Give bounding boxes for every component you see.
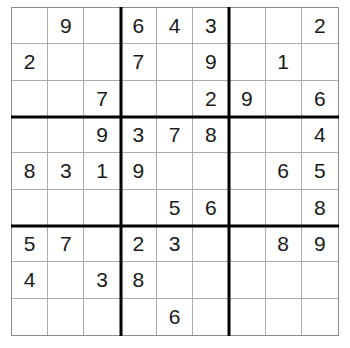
cell-r1c2[interactable]: 9 bbox=[48, 8, 84, 44]
cell-r7c4[interactable]: 2 bbox=[121, 226, 157, 262]
cell-r3c1[interactable] bbox=[12, 81, 48, 117]
cell-r7c1[interactable]: 5 bbox=[12, 226, 48, 262]
cell-r1c1[interactable] bbox=[12, 8, 48, 44]
cell-r4c6[interactable]: 8 bbox=[193, 117, 229, 153]
cell-r5c4[interactable]: 9 bbox=[121, 153, 157, 189]
cell-r6c1[interactable] bbox=[12, 190, 48, 226]
cell-r9c7[interactable] bbox=[229, 299, 265, 335]
cell-r5c7[interactable] bbox=[229, 153, 265, 189]
cell-r9c1[interactable] bbox=[12, 299, 48, 335]
sudoku-board: 9643227917296937848319655685723894386 bbox=[11, 7, 339, 336]
cell-r8c3[interactable]: 3 bbox=[84, 262, 120, 298]
cell-r5c3[interactable]: 1 bbox=[84, 153, 120, 189]
cell-r2c7[interactable] bbox=[229, 44, 265, 80]
cell-r8c1[interactable]: 4 bbox=[12, 262, 48, 298]
cell-r4c7[interactable] bbox=[229, 117, 265, 153]
cell-r5c5[interactable] bbox=[157, 153, 193, 189]
cell-r1c7[interactable] bbox=[229, 8, 265, 44]
cell-r8c9[interactable] bbox=[302, 262, 338, 298]
cell-r9c6[interactable] bbox=[193, 299, 229, 335]
cell-r4c1[interactable] bbox=[12, 117, 48, 153]
cell-r1c9[interactable]: 2 bbox=[302, 8, 338, 44]
cell-r9c5[interactable]: 6 bbox=[157, 299, 193, 335]
cell-r5c6[interactable] bbox=[193, 153, 229, 189]
cell-r2c1[interactable]: 2 bbox=[12, 44, 48, 80]
cell-r3c9[interactable]: 6 bbox=[302, 81, 338, 117]
cell-r7c9[interactable]: 9 bbox=[302, 226, 338, 262]
cell-r8c5[interactable] bbox=[157, 262, 193, 298]
cell-r7c7[interactable] bbox=[229, 226, 265, 262]
cell-r2c2[interactable] bbox=[48, 44, 84, 80]
cell-r4c2[interactable] bbox=[48, 117, 84, 153]
cell-r6c2[interactable] bbox=[48, 190, 84, 226]
cell-r2c4[interactable]: 7 bbox=[121, 44, 157, 80]
cell-r9c3[interactable] bbox=[84, 299, 120, 335]
cell-r6c7[interactable] bbox=[229, 190, 265, 226]
cell-r9c4[interactable] bbox=[121, 299, 157, 335]
cell-r4c5[interactable]: 7 bbox=[157, 117, 193, 153]
cell-r3c2[interactable] bbox=[48, 81, 84, 117]
cell-r3c8[interactable] bbox=[266, 81, 302, 117]
cell-r1c5[interactable]: 4 bbox=[157, 8, 193, 44]
cell-r7c8[interactable]: 8 bbox=[266, 226, 302, 262]
cell-r5c8[interactable]: 6 bbox=[266, 153, 302, 189]
cell-r1c4[interactable]: 6 bbox=[121, 8, 157, 44]
cell-r2c8[interactable]: 1 bbox=[266, 44, 302, 80]
cell-r3c3[interactable]: 7 bbox=[84, 81, 120, 117]
cell-r9c9[interactable] bbox=[302, 299, 338, 335]
cell-r1c8[interactable] bbox=[266, 8, 302, 44]
cell-r4c3[interactable]: 9 bbox=[84, 117, 120, 153]
cell-r9c2[interactable] bbox=[48, 299, 84, 335]
cell-r6c9[interactable]: 8 bbox=[302, 190, 338, 226]
cell-r8c4[interactable]: 8 bbox=[121, 262, 157, 298]
cell-r6c4[interactable] bbox=[121, 190, 157, 226]
cell-r9c8[interactable] bbox=[266, 299, 302, 335]
cell-r3c5[interactable] bbox=[157, 81, 193, 117]
cell-r2c9[interactable] bbox=[302, 44, 338, 80]
cell-r8c7[interactable] bbox=[229, 262, 265, 298]
cell-r7c5[interactable]: 3 bbox=[157, 226, 193, 262]
cell-r2c6[interactable]: 9 bbox=[193, 44, 229, 80]
cell-r2c5[interactable] bbox=[157, 44, 193, 80]
cell-r5c2[interactable]: 3 bbox=[48, 153, 84, 189]
cell-r3c6[interactable]: 2 bbox=[193, 81, 229, 117]
cell-r6c3[interactable] bbox=[84, 190, 120, 226]
cell-r7c6[interactable] bbox=[193, 226, 229, 262]
cell-r5c1[interactable]: 8 bbox=[12, 153, 48, 189]
cell-r8c8[interactable] bbox=[266, 262, 302, 298]
cell-r5c9[interactable]: 5 bbox=[302, 153, 338, 189]
cell-r8c6[interactable] bbox=[193, 262, 229, 298]
cell-r4c8[interactable] bbox=[266, 117, 302, 153]
cell-r3c7[interactable]: 9 bbox=[229, 81, 265, 117]
cell-r3c4[interactable] bbox=[121, 81, 157, 117]
cell-r2c3[interactable] bbox=[84, 44, 120, 80]
cell-r6c6[interactable]: 6 bbox=[193, 190, 229, 226]
cell-r8c2[interactable] bbox=[48, 262, 84, 298]
cell-r7c3[interactable] bbox=[84, 226, 120, 262]
cell-r1c3[interactable] bbox=[84, 8, 120, 44]
cell-r6c5[interactable]: 5 bbox=[157, 190, 193, 226]
cell-r7c2[interactable]: 7 bbox=[48, 226, 84, 262]
cell-r4c4[interactable]: 3 bbox=[121, 117, 157, 153]
cell-r6c8[interactable] bbox=[266, 190, 302, 226]
cell-r1c6[interactable]: 3 bbox=[193, 8, 229, 44]
cell-r4c9[interactable]: 4 bbox=[302, 117, 338, 153]
